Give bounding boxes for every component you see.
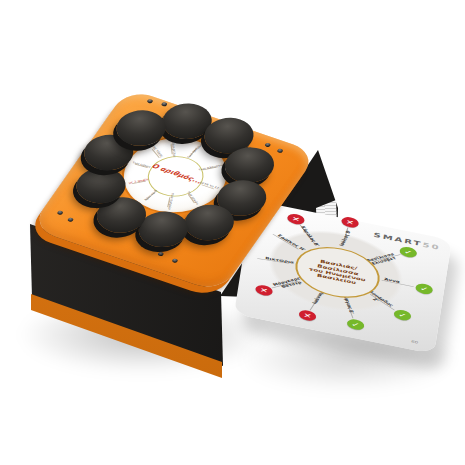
screw-icon xyxy=(276,148,283,153)
screw-icon xyxy=(264,142,271,147)
correct-check-icon: ✓ xyxy=(415,282,434,295)
card-number: 60 xyxy=(411,340,419,345)
correct-check-icon: ✓ xyxy=(399,246,418,259)
screw-icon xyxy=(146,99,153,104)
wrong-x-icon: ✕ xyxy=(255,284,274,297)
wrong-x-icon: ✕ xyxy=(298,309,317,322)
screw-icon xyxy=(171,258,178,263)
smart-logo-suffix: 50 xyxy=(422,241,441,251)
correct-check-icon: ✓ xyxy=(393,309,412,322)
card-question-title: Βασιλιάς/Βασίλισσα του Ηνωμένου Βασιλείο… xyxy=(300,256,375,290)
screw-icon xyxy=(157,252,164,257)
wrong-x-icon: ✕ xyxy=(341,216,360,229)
correct-check-icon: ✓ xyxy=(346,318,365,331)
screw-icon xyxy=(161,102,168,107)
window-option-label: των ηπείρων xyxy=(184,141,207,162)
screw-icon xyxy=(67,217,74,222)
screw-icon xyxy=(57,210,64,215)
product-photo-scene: { "game": "SMART quiz box — Greek electr… xyxy=(0,0,465,465)
window-option-label: πριν το 9 xyxy=(139,186,163,206)
